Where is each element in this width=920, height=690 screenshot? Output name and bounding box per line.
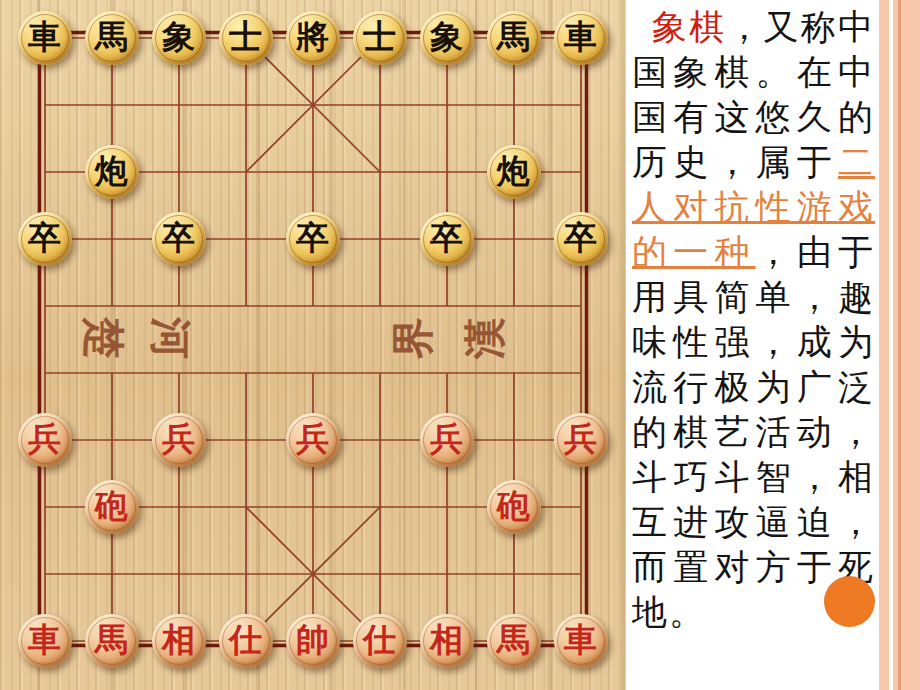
piece-black-chariot[interactable]: 車: [18, 11, 72, 65]
piece-red-cannon[interactable]: 砲: [85, 480, 139, 534]
piece-glyph: 炮: [497, 155, 530, 188]
piece-red-chariot[interactable]: 車: [18, 614, 72, 668]
piece-glyph: 兵: [296, 423, 329, 456]
piece-glyph: 炮: [95, 155, 128, 188]
piece-glyph: 馬: [95, 21, 128, 54]
piece-red-chariot[interactable]: 車: [554, 614, 608, 668]
piece-black-cannon[interactable]: 炮: [487, 145, 541, 199]
piece-glyph: 相: [162, 624, 195, 657]
piece-glyph: 兵: [430, 423, 463, 456]
piece-glyph: 兵: [564, 423, 597, 456]
paragraph-run: 象棋: [652, 8, 726, 47]
decor-stripe-wide: [893, 0, 920, 690]
piece-red-horse[interactable]: 馬: [487, 614, 541, 668]
piece-red-soldier[interactable]: 兵: [420, 413, 474, 467]
decor-circle: [824, 576, 875, 627]
piece-black-soldier[interactable]: 卒: [554, 212, 608, 266]
piece-glyph: 卒: [162, 222, 195, 255]
piece-black-soldier[interactable]: 卒: [420, 212, 474, 266]
piece-red-general[interactable]: 帥: [286, 614, 340, 668]
piece-black-horse[interactable]: 馬: [85, 11, 139, 65]
piece-red-elephant[interactable]: 相: [420, 614, 474, 668]
decor-stripe-dark-line: [898, 0, 901, 690]
piece-glyph: 馬: [95, 624, 128, 657]
piece-red-advisor[interactable]: 仕: [353, 614, 407, 668]
decor-stripe-thin: [879, 0, 889, 690]
piece-glyph: 兵: [162, 423, 195, 456]
piece-glyph: 象: [162, 21, 195, 54]
piece-glyph: 卒: [430, 222, 463, 255]
piece-glyph: 相: [430, 624, 463, 657]
intro-paragraph: 象棋，又称中国象棋。在中国有这悠久的历史，属于二人对抗性游戏的一种，由于用具简单…: [626, 0, 879, 635]
piece-glyph: 仕: [363, 624, 396, 657]
piece-red-soldier[interactable]: 兵: [152, 413, 206, 467]
piece-glyph: 車: [564, 624, 597, 657]
piece-black-advisor[interactable]: 士: [219, 11, 273, 65]
piece-glyph: 馬: [497, 624, 530, 657]
paragraph-run: ，由于用具简单，趣味性强，成为流行极为广泛的棋艺活动，斗巧斗智，相互进攻逼迫，而…: [632, 233, 875, 632]
piece-black-elephant[interactable]: 象: [420, 11, 474, 65]
piece-black-elephant[interactable]: 象: [152, 11, 206, 65]
piece-glyph: 象: [430, 21, 463, 54]
piece-black-general[interactable]: 將: [286, 11, 340, 65]
piece-glyph: 車: [28, 21, 61, 54]
piece-black-soldier[interactable]: 卒: [286, 212, 340, 266]
piece-black-horse[interactable]: 馬: [487, 11, 541, 65]
piece-red-elephant[interactable]: 相: [152, 614, 206, 668]
piece-red-horse[interactable]: 馬: [85, 614, 139, 668]
piece-glyph: 馬: [497, 21, 530, 54]
piece-red-soldier[interactable]: 兵: [554, 413, 608, 467]
xiangqi-board: 楚 河 界 漢 車馬象士將士象馬車炮炮卒卒卒卒卒兵兵兵兵兵砲砲車馬相仕帥仕相馬車: [0, 0, 626, 690]
piece-black-cannon[interactable]: 炮: [85, 145, 139, 199]
piece-red-soldier[interactable]: 兵: [286, 413, 340, 467]
piece-glyph: 砲: [497, 490, 530, 523]
piece-glyph: 車: [564, 21, 597, 54]
piece-red-advisor[interactable]: 仕: [219, 614, 273, 668]
piece-glyph: 仕: [229, 624, 262, 657]
pieces-grid: 車馬象士將士象馬車炮炮卒卒卒卒卒兵兵兵兵兵砲砲車馬相仕帥仕相馬車: [11, 4, 614, 674]
piece-black-soldier[interactable]: 卒: [152, 212, 206, 266]
piece-glyph: 卒: [564, 222, 597, 255]
piece-glyph: 士: [229, 21, 262, 54]
piece-black-chariot[interactable]: 車: [554, 11, 608, 65]
piece-glyph: 卒: [28, 222, 61, 255]
piece-glyph: 車: [28, 624, 61, 657]
piece-glyph: 士: [363, 21, 396, 54]
piece-red-soldier[interactable]: 兵: [18, 413, 72, 467]
piece-glyph: 兵: [28, 423, 61, 456]
piece-black-advisor[interactable]: 士: [353, 11, 407, 65]
piece-glyph: 帥: [296, 624, 329, 657]
piece-glyph: 將: [296, 21, 329, 54]
piece-black-soldier[interactable]: 卒: [18, 212, 72, 266]
slide: 楚 河 界 漢 車馬象士將士象馬車炮炮卒卒卒卒卒兵兵兵兵兵砲砲車馬相仕帥仕相馬車…: [0, 0, 920, 690]
piece-red-cannon[interactable]: 砲: [487, 480, 541, 534]
piece-glyph: 卒: [296, 222, 329, 255]
piece-glyph: 砲: [95, 490, 128, 523]
